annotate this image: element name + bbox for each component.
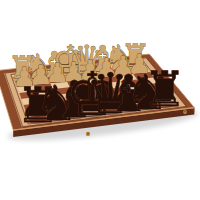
chess-board: ♜♞♝♚♛♝♞♜♟♟♟♟♟♟♟♟♟♟♟♟♟♟♟♟♜♞♝♚♛♝♞♜ [0,0,200,200]
dark-piece-r: ♜ [143,61,186,117]
chess-set-photo: ♜♞♝♚♛♝♞♜♟♟♟♟♟♟♟♟♟♟♟♟♟♟♟♟♜♞♝♚♛♝♞♜ [0,0,200,200]
brass-clasp-icon [87,133,89,135]
